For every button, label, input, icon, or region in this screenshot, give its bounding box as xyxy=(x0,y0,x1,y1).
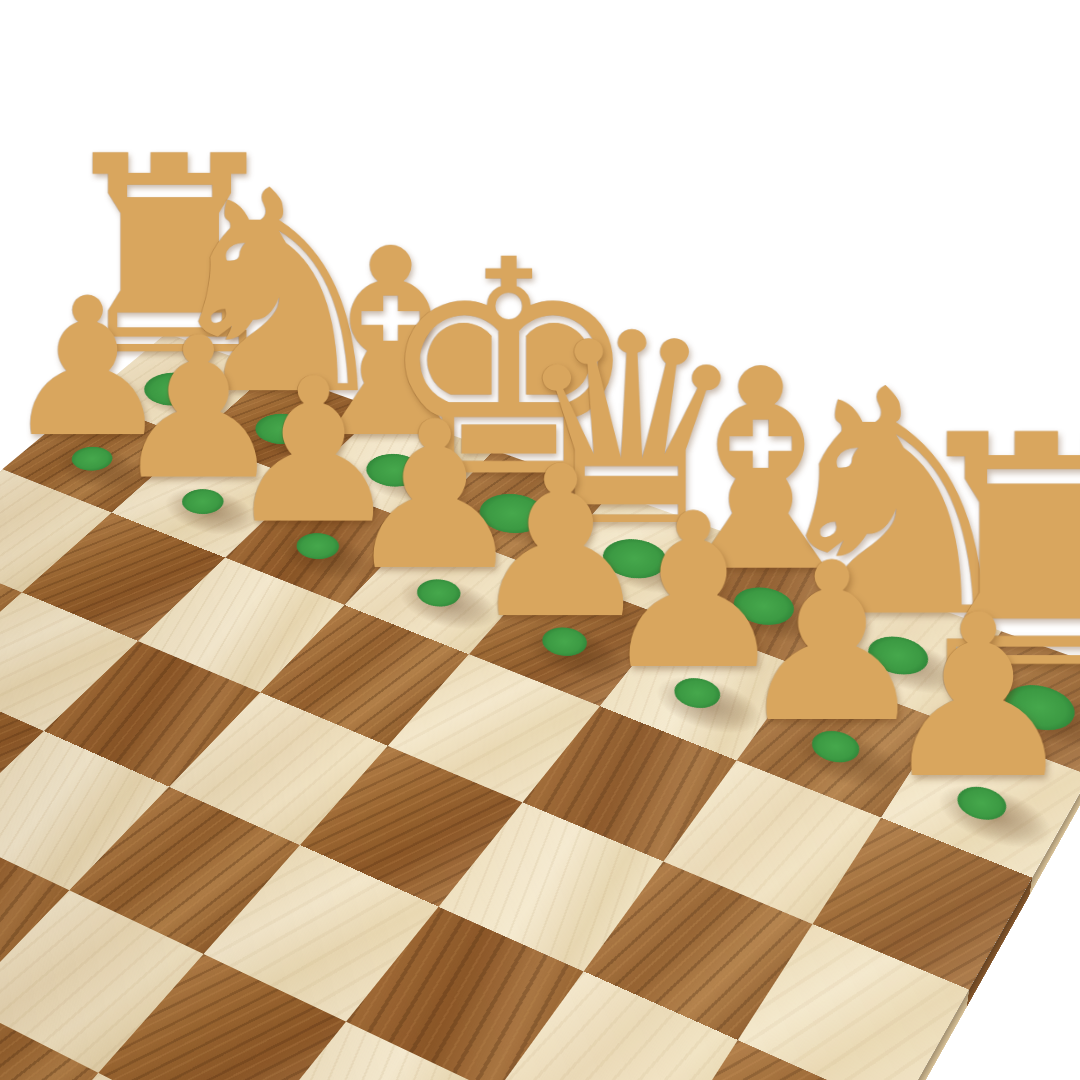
product-photo-scene: ♜♞♝♚♛♝♞♜♟♟♟♟♟♟♟♟ xyxy=(0,0,1080,1080)
board-squares-grid: ♜♞♝♚♛♝♞♜♟♟♟♟♟♟♟♟ xyxy=(0,333,1080,1080)
pawn-glyph: ♟ xyxy=(811,585,1080,810)
chess-board: ♜♞♝♚♛♝♞♜♟♟♟♟♟♟♟♟ xyxy=(0,333,1080,1080)
